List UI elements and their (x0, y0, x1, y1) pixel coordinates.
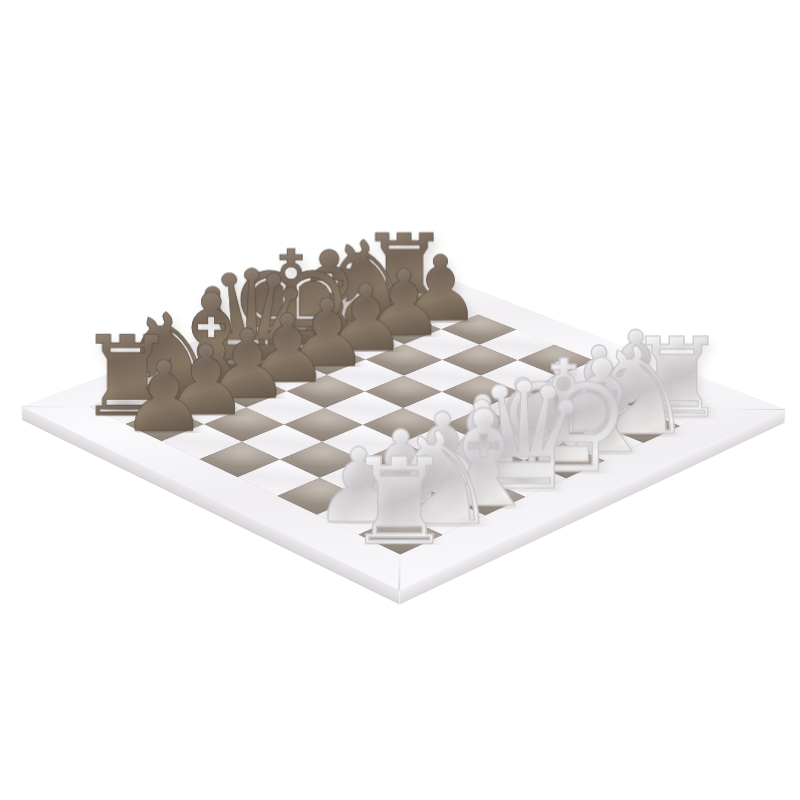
rim-mitre-seam-front (398, 555, 400, 591)
chess-board: ♜♟♟♜♞♟♟♞♝♟♟♝♚♟♟♚♛♟♟♛♝♟♟♝♞♟♟♞♜♟♟♜ (22, 262, 786, 590)
board-grid: ♜♟♟♜♞♟♟♞♝♟♟♝♚♟♟♚♛♟♟♛♝♟♟♝♞♟♟♞♜♟♟♜ (89, 286, 717, 555)
square-a7: ♟ (125, 407, 204, 441)
chess-set-product-photo: ♜♟♟♜♞♟♟♞♝♟♟♝♚♟♟♚♛♟♟♛♝♟♟♝♞♟♟♞♜♟♟♜ (0, 0, 800, 800)
square-a1: ♜ (358, 515, 443, 554)
